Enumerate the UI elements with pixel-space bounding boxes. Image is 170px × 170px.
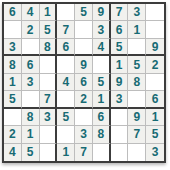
sudoku-cell-r9c7[interactable] — [111, 144, 129, 161]
sudoku-cell-r3c8[interactable] — [128, 39, 146, 56]
sudoku-cell-r2c2[interactable]: 2 — [22, 21, 40, 38]
sudoku-board: 6415973257361386459869152134659857213683… — [2, 2, 166, 163]
sudoku-cell-r8c7[interactable] — [111, 126, 129, 143]
sudoku-cell-r2c8[interactable]: 1 — [128, 21, 146, 38]
sudoku-cell-r4c7[interactable]: 1 — [111, 56, 129, 73]
sudoku-cell-r9c8[interactable] — [128, 144, 146, 161]
sudoku-cell-r4c2[interactable]: 6 — [22, 56, 40, 73]
sudoku-cell-r1c1[interactable]: 6 — [4, 4, 22, 21]
sudoku-cell-r7c9[interactable]: 1 — [146, 109, 164, 126]
sudoku-cell-r5c9[interactable] — [146, 74, 164, 91]
sudoku-cell-r8c4[interactable] — [57, 126, 75, 143]
sudoku-cell-r6c9[interactable]: 6 — [146, 91, 164, 108]
sudoku-cell-r5c2[interactable]: 3 — [22, 74, 40, 91]
sudoku-cell-r2c5[interactable] — [75, 21, 93, 38]
sudoku-cell-r1c5[interactable]: 5 — [75, 4, 93, 21]
sudoku-cell-r6c5[interactable]: 2 — [75, 91, 93, 108]
sudoku-cell-r5c4[interactable]: 4 — [57, 74, 75, 91]
sudoku-cell-r6c1[interactable]: 5 — [4, 91, 22, 108]
sudoku-cell-r3c4[interactable]: 6 — [57, 39, 75, 56]
sudoku-cell-r5c1[interactable]: 1 — [4, 74, 22, 91]
sudoku-cell-r1c7[interactable]: 7 — [111, 4, 129, 21]
sudoku-cell-r7c4[interactable]: 5 — [57, 109, 75, 126]
sudoku-cell-r6c2[interactable] — [22, 91, 40, 108]
sudoku-cell-r2c9[interactable] — [146, 21, 164, 38]
sudoku-cell-r7c2[interactable]: 8 — [22, 109, 40, 126]
sudoku-cell-r9c4[interactable]: 1 — [57, 144, 75, 161]
sudoku-cell-r6c4[interactable] — [57, 91, 75, 108]
sudoku-cell-r8c6[interactable]: 8 — [93, 126, 111, 143]
sudoku-cell-r1c4[interactable] — [57, 4, 75, 21]
sudoku-cell-r3c3[interactable]: 8 — [40, 39, 58, 56]
sudoku-cell-r1c8[interactable]: 3 — [128, 4, 146, 21]
sudoku-cell-r7c5[interactable] — [75, 109, 93, 126]
sudoku-cell-r9c2[interactable]: 5 — [22, 144, 40, 161]
sudoku-cell-r4c9[interactable]: 2 — [146, 56, 164, 73]
sudoku-cell-r2c6[interactable]: 3 — [93, 21, 111, 38]
sudoku-cell-r4c1[interactable]: 8 — [4, 56, 22, 73]
sudoku-cell-r3c6[interactable]: 4 — [93, 39, 111, 56]
sudoku-cell-r4c8[interactable]: 5 — [128, 56, 146, 73]
sudoku-cell-r1c9[interactable] — [146, 4, 164, 21]
sudoku-cell-r6c7[interactable]: 3 — [111, 91, 129, 108]
sudoku-cell-r7c3[interactable]: 3 — [40, 109, 58, 126]
sudoku-cell-r8c1[interactable]: 2 — [4, 126, 22, 143]
sudoku-cell-r7c1[interactable] — [4, 109, 22, 126]
sudoku-cell-r8c3[interactable] — [40, 126, 58, 143]
sudoku-cell-r2c1[interactable] — [4, 21, 22, 38]
sudoku-cell-r5c8[interactable]: 8 — [128, 74, 146, 91]
sudoku-cell-r8c8[interactable]: 7 — [128, 126, 146, 143]
sudoku-cell-r6c8[interactable] — [128, 91, 146, 108]
sudoku-cell-r3c7[interactable]: 5 — [111, 39, 129, 56]
sudoku-cell-r1c2[interactable]: 4 — [22, 4, 40, 21]
sudoku-cell-r9c1[interactable]: 4 — [4, 144, 22, 161]
sudoku-cell-r1c6[interactable]: 9 — [93, 4, 111, 21]
sudoku-cell-r9c9[interactable]: 3 — [146, 144, 164, 161]
sudoku-cell-r4c4[interactable] — [57, 56, 75, 73]
sudoku-cell-r5c7[interactable]: 9 — [111, 74, 129, 91]
sudoku-cell-r5c6[interactable]: 5 — [93, 74, 111, 91]
sudoku-cell-r2c3[interactable]: 5 — [40, 21, 58, 38]
sudoku-cell-r4c5[interactable]: 9 — [75, 56, 93, 73]
sudoku-cell-r8c5[interactable]: 3 — [75, 126, 93, 143]
sudoku-cell-r2c4[interactable]: 7 — [57, 21, 75, 38]
sudoku-cell-r6c3[interactable]: 7 — [40, 91, 58, 108]
sudoku-cell-r8c2[interactable]: 1 — [22, 126, 40, 143]
sudoku-cell-r8c9[interactable]: 5 — [146, 126, 164, 143]
sudoku-cell-r3c1[interactable]: 3 — [4, 39, 22, 56]
sudoku-cell-r3c9[interactable]: 9 — [146, 39, 164, 56]
sudoku-cell-r9c3[interactable] — [40, 144, 58, 161]
sudoku-cell-r7c7[interactable] — [111, 109, 129, 126]
sudoku-cell-r7c6[interactable]: 6 — [93, 109, 111, 126]
sudoku-cell-r5c3[interactable] — [40, 74, 58, 91]
sudoku-cell-r6c6[interactable]: 1 — [93, 91, 111, 108]
sudoku-cell-r7c8[interactable]: 9 — [128, 109, 146, 126]
sudoku-cell-r9c5[interactable]: 7 — [75, 144, 93, 161]
sudoku-cell-r2c7[interactable]: 6 — [111, 21, 129, 38]
sudoku-cell-r3c2[interactable] — [22, 39, 40, 56]
sudoku-cell-r4c3[interactable] — [40, 56, 58, 73]
sudoku-cell-r1c3[interactable]: 1 — [40, 4, 58, 21]
sudoku-cell-r4c6[interactable] — [93, 56, 111, 73]
sudoku-cell-r5c5[interactable]: 6 — [75, 74, 93, 91]
sudoku-cell-r3c5[interactable] — [75, 39, 93, 56]
sudoku-cell-r9c6[interactable] — [93, 144, 111, 161]
